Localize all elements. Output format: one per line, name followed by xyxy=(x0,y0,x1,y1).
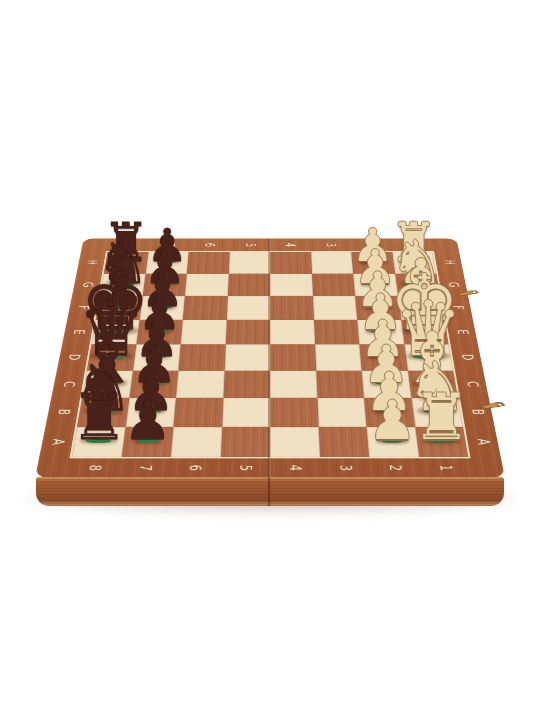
white-rook-icon: ♜ xyxy=(413,386,470,450)
white-pawn-icon: ♟ xyxy=(368,395,417,449)
black-pawn-a7: ♟ xyxy=(123,387,172,441)
white-pawn-a2: ♟ xyxy=(368,387,417,441)
pieces-layer: ♜♞♝♛♚♝♞♜♟♟♟♟♟♟♟♟♟♟♟♟♟♟♟♟♜♞♝♛♚♝♞♜ xyxy=(0,0,540,720)
white-rook-a1: ♜ xyxy=(413,378,470,442)
black-pawn-icon: ♟ xyxy=(123,395,172,449)
black-rook-a8: ♜ xyxy=(70,378,127,442)
chess-set-photo: HHGGFFEEDDCCBBAA8765432187654321 ♜♞♝♛♚♝♞… xyxy=(0,0,540,720)
black-rook-icon: ♜ xyxy=(70,386,127,450)
